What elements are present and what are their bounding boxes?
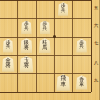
board-right-edge [99, 0, 101, 100]
shogi-piece-knight-47[interactable]: 桂馬 [39, 38, 51, 53]
grid-line [91, 0, 92, 92]
rank-label-9: 九 [94, 78, 98, 83]
piece-kanji: 兵 [79, 45, 84, 50]
piece-kanji: 兵 [24, 27, 29, 32]
shogi-piece-gold-68[interactable]: 金将 [2, 56, 14, 71]
shogi-board[interactable]: 歩兵歩兵歩兵歩兵銀将桂馬歩兵金将玉将飛車香車 五六七八九 [0, 0, 100, 100]
grid-line [0, 37, 91, 38]
piece-kanji: 車 [60, 82, 66, 88]
piece-kanji: 馬 [42, 45, 47, 50]
shogi-piece-pawn-67[interactable]: 歩兵 [3, 39, 14, 53]
grid-line [72, 0, 73, 92]
piece-kanji: 兵 [42, 27, 47, 32]
shogi-piece-pawn-46[interactable]: 歩兵 [40, 21, 51, 35]
grid-line [36, 0, 37, 92]
piece-kanji: 兵 [61, 8, 66, 13]
shogi-piece-rook-39[interactable]: 飛車 [56, 74, 70, 91]
grid-line [0, 55, 91, 56]
grid-line [0, 18, 91, 19]
shogi-piece-lance-29[interactable]: 香車 [76, 75, 87, 89]
shogi-piece-silver-57[interactable]: 銀将 [20, 38, 32, 53]
shogi-piece-king-58[interactable]: 玉将 [20, 56, 34, 73]
rank-label-7: 七 [94, 41, 98, 46]
piece-kanji: 将 [5, 63, 10, 68]
grid-line [17, 0, 18, 92]
piece-kanji: 車 [79, 82, 84, 87]
rank-label-6: 六 [94, 23, 98, 28]
shogi-piece-pawn-35[interactable]: 歩兵 [58, 2, 69, 16]
grid-line [0, 0, 91, 1]
piece-kanji: 将 [24, 63, 30, 69]
rank-label-8: 八 [94, 59, 98, 64]
rank-label-5: 五 [94, 4, 98, 9]
grid-line [0, 92, 91, 93]
piece-kanji: 将 [24, 45, 29, 50]
piece-kanji: 兵 [6, 45, 11, 50]
grid-line [54, 0, 55, 92]
shogi-piece-pawn-56[interactable]: 歩兵 [21, 21, 32, 35]
shogi-piece-pawn-27[interactable]: 歩兵 [76, 39, 87, 53]
grid-line [0, 73, 91, 74]
